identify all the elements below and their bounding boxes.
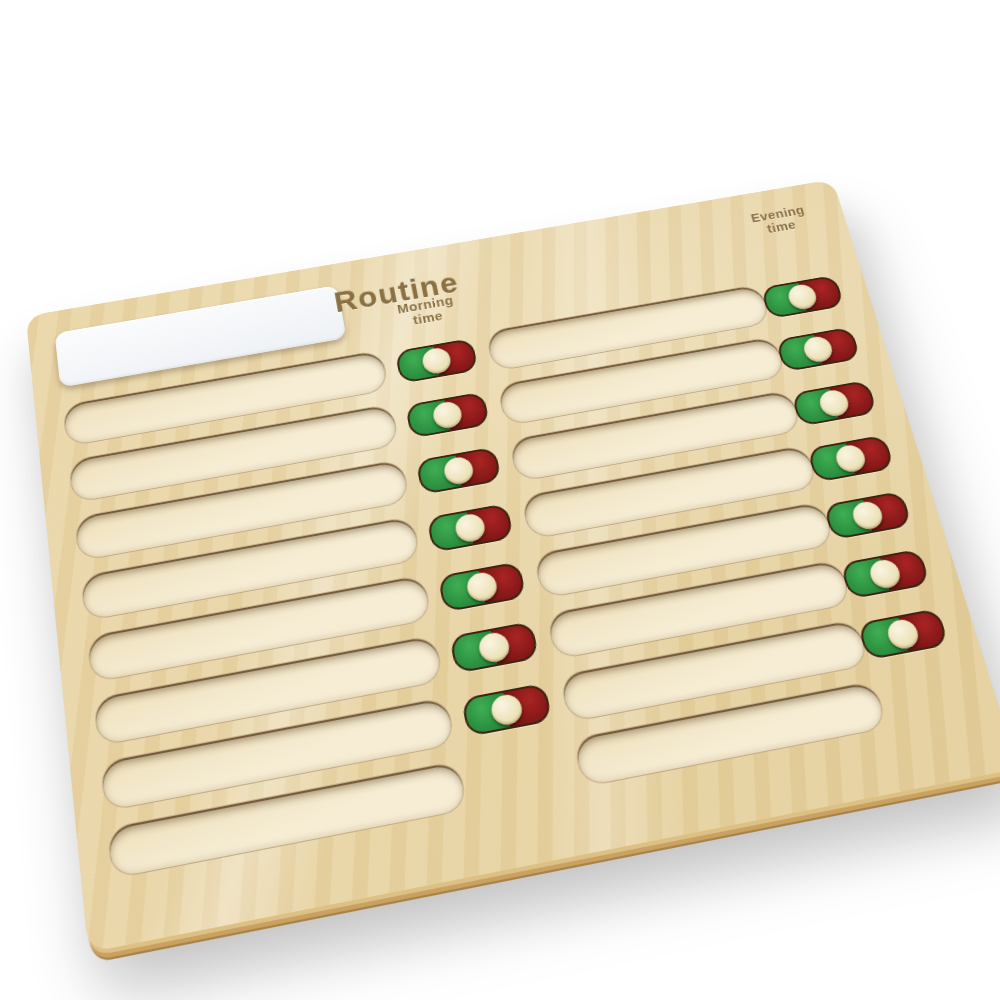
morning-toggle[interactable] [405, 391, 490, 438]
evening-toggle[interactable] [857, 608, 949, 660]
evening-toggle[interactable] [823, 490, 912, 539]
evening-toggle[interactable] [775, 326, 860, 371]
morning-toggle[interactable] [395, 338, 479, 384]
evening-toggle[interactable] [760, 274, 844, 318]
morning-toggle[interactable] [449, 621, 539, 674]
morning-toggle[interactable] [426, 503, 514, 553]
evening-toggle[interactable] [840, 548, 931, 599]
morning-toggle[interactable] [415, 446, 501, 494]
evening-toggle[interactable] [807, 434, 895, 482]
morning-toggle[interactable] [461, 682, 553, 736]
evening-toggle[interactable] [791, 379, 878, 426]
routine-board: Routine Morning time Evening time [26, 179, 1000, 952]
morning-toggle[interactable] [438, 561, 527, 612]
evening-time-label: Evening time [726, 200, 834, 242]
product-photo-scene: Routine Morning time Evening time [0, 0, 1000, 1000]
